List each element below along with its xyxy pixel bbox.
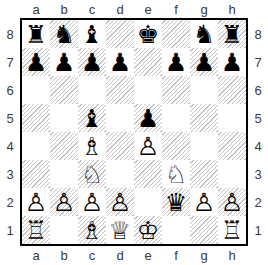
file-label-c: c	[89, 249, 96, 262]
file-label-h: h	[228, 3, 235, 16]
piece-black-pawn: ♟	[81, 50, 103, 75]
square-g3	[190, 160, 218, 188]
piece-white-rook: ♖	[221, 218, 243, 243]
square-h4	[218, 132, 246, 160]
square-a8: ♜	[22, 20, 50, 48]
square-f7: ♟	[162, 48, 190, 76]
square-b7: ♟	[50, 48, 78, 76]
piece-white-pawn: ♙	[25, 190, 47, 215]
square-b1	[50, 216, 78, 244]
square-c1: ♗	[78, 216, 106, 244]
square-e1: ♔	[134, 216, 162, 244]
square-d6	[106, 76, 134, 104]
file-label-h: h	[228, 249, 235, 262]
square-d4	[106, 132, 134, 160]
rank-labels-right: 87654321	[248, 18, 268, 246]
file-label-f: f	[174, 3, 178, 16]
file-label-a: a	[32, 3, 39, 16]
square-h2: ♙	[218, 188, 246, 216]
rank-label-6: 6	[6, 84, 13, 97]
piece-white-pawn: ♙	[193, 190, 215, 215]
square-h6	[218, 76, 246, 104]
rank-label-7: 7	[254, 56, 261, 69]
square-b8: ♞	[50, 20, 78, 48]
square-f6	[162, 76, 190, 104]
square-f8	[162, 20, 190, 48]
file-label-d: d	[116, 249, 123, 262]
square-a4	[22, 132, 50, 160]
file-labels-bottom: abcdefgh	[20, 246, 248, 265]
square-e5: ♟	[134, 104, 162, 132]
square-e7	[134, 48, 162, 76]
file-label-e: e	[144, 3, 151, 16]
piece-black-rook: ♜	[221, 22, 243, 47]
rank-label-1: 1	[6, 224, 13, 237]
piece-black-pawn: ♟	[165, 50, 187, 75]
square-c5: ♝	[78, 104, 106, 132]
square-f4	[162, 132, 190, 160]
square-h3	[218, 160, 246, 188]
square-h7: ♟	[218, 48, 246, 76]
square-d1: ♕	[106, 216, 134, 244]
square-e2	[134, 188, 162, 216]
piece-white-bishop: ♗	[81, 218, 103, 243]
square-a1: ♖	[22, 216, 50, 244]
rank-label-4: 4	[254, 140, 261, 153]
rank-label-5: 5	[254, 112, 261, 125]
piece-black-pawn: ♟	[109, 50, 131, 75]
file-labels-top: abcdefgh	[20, 0, 248, 18]
piece-black-knight: ♞	[193, 22, 215, 47]
rank-label-8: 8	[254, 28, 261, 41]
rank-label-1: 1	[254, 224, 261, 237]
square-c6	[78, 76, 106, 104]
file-label-g: g	[200, 249, 207, 262]
file-label-d: d	[116, 3, 123, 16]
file-label-a: a	[32, 249, 39, 262]
square-b3	[50, 160, 78, 188]
piece-black-queen: ♛	[165, 190, 187, 215]
file-label-g: g	[200, 3, 207, 16]
square-c7: ♟	[78, 48, 106, 76]
square-g7: ♟	[190, 48, 218, 76]
chessboard-diagram: abcdefgh 87654321 ♜♞♝♚♞♜♟♟♟♟♟♟♟♝♟♗♙♘♘♙♙♙…	[0, 0, 268, 265]
square-c3: ♘	[78, 160, 106, 188]
square-g6	[190, 76, 218, 104]
rank-labels-left: 87654321	[0, 18, 20, 246]
square-g4	[190, 132, 218, 160]
square-b6	[50, 76, 78, 104]
square-a5	[22, 104, 50, 132]
piece-white-queen: ♕	[109, 218, 131, 243]
square-g2: ♙	[190, 188, 218, 216]
rank-label-3: 3	[6, 168, 13, 181]
piece-black-rook: ♜	[25, 22, 47, 47]
square-d5	[106, 104, 134, 132]
square-h5	[218, 104, 246, 132]
piece-white-rook: ♖	[25, 218, 47, 243]
square-f3: ♘	[162, 160, 190, 188]
piece-black-king: ♚	[137, 22, 159, 47]
piece-white-king: ♔	[137, 218, 159, 243]
square-a2: ♙	[22, 188, 50, 216]
rank-label-7: 7	[6, 56, 13, 69]
square-g1	[190, 216, 218, 244]
square-c2: ♙	[78, 188, 106, 216]
square-b4	[50, 132, 78, 160]
square-a7: ♟	[22, 48, 50, 76]
square-h8: ♜	[218, 20, 246, 48]
square-c8: ♝	[78, 20, 106, 48]
square-a3	[22, 160, 50, 188]
file-label-c: c	[89, 3, 96, 16]
piece-black-pawn: ♟	[25, 50, 47, 75]
square-f1	[162, 216, 190, 244]
piece-white-pawn: ♙	[137, 134, 159, 159]
square-a6	[22, 76, 50, 104]
piece-white-pawn: ♙	[53, 190, 75, 215]
piece-black-pawn: ♟	[221, 50, 243, 75]
rank-label-4: 4	[6, 140, 13, 153]
square-b5	[50, 104, 78, 132]
square-h1: ♖	[218, 216, 246, 244]
square-e8: ♚	[134, 20, 162, 48]
square-e6	[134, 76, 162, 104]
file-label-b: b	[60, 249, 67, 262]
file-label-b: b	[60, 3, 67, 16]
piece-white-knight: ♘	[81, 162, 103, 187]
rank-label-3: 3	[254, 168, 261, 181]
square-e4: ♙	[134, 132, 162, 160]
piece-black-pawn: ♟	[53, 50, 75, 75]
rank-label-8: 8	[6, 28, 13, 41]
square-d8	[106, 20, 134, 48]
rank-label-2: 2	[254, 196, 261, 209]
square-g5	[190, 104, 218, 132]
square-f2: ♛	[162, 188, 190, 216]
piece-black-knight: ♞	[53, 22, 75, 47]
piece-black-bishop: ♝	[81, 22, 103, 47]
square-g8: ♞	[190, 20, 218, 48]
piece-white-pawn: ♙	[221, 190, 243, 215]
file-label-e: e	[144, 249, 151, 262]
rank-label-2: 2	[6, 196, 13, 209]
square-e3	[134, 160, 162, 188]
piece-black-bishop: ♝	[81, 106, 103, 131]
piece-white-knight: ♘	[165, 162, 187, 187]
piece-white-bishop: ♗	[81, 134, 103, 159]
piece-white-pawn: ♙	[81, 190, 103, 215]
piece-white-pawn: ♙	[109, 190, 131, 215]
rank-label-6: 6	[254, 84, 261, 97]
square-b2: ♙	[50, 188, 78, 216]
square-f5	[162, 104, 190, 132]
square-d2: ♙	[106, 188, 134, 216]
piece-black-pawn: ♟	[137, 106, 159, 131]
square-d7: ♟	[106, 48, 134, 76]
square-d3	[106, 160, 134, 188]
chess-board: ♜♞♝♚♞♜♟♟♟♟♟♟♟♝♟♗♙♘♘♙♙♙♙♛♙♙♖♗♕♔♖	[20, 18, 248, 246]
file-label-f: f	[174, 249, 178, 262]
piece-black-pawn: ♟	[193, 50, 215, 75]
square-c4: ♗	[78, 132, 106, 160]
rank-label-5: 5	[6, 112, 13, 125]
